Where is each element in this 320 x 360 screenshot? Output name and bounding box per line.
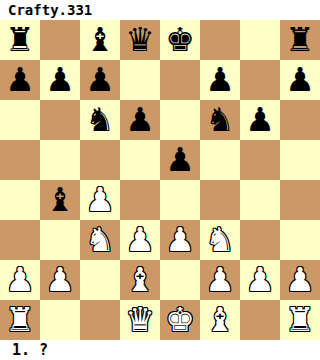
white-bishop: ♝ — [125, 260, 155, 300]
square-c8[interactable]: ♝ — [80, 20, 120, 60]
white-knight: ♞ — [205, 220, 235, 260]
square-g4[interactable] — [240, 180, 280, 220]
black-knight: ♞ — [205, 100, 235, 140]
black-pawn: ♟ — [125, 100, 155, 140]
square-h4[interactable] — [280, 180, 320, 220]
square-f8[interactable] — [200, 20, 240, 60]
white-rook: ♜ — [5, 300, 35, 340]
black-knight: ♞ — [85, 100, 115, 140]
white-queen: ♛ — [125, 300, 155, 340]
square-d4[interactable] — [120, 180, 160, 220]
white-rook: ♜ — [285, 300, 315, 340]
square-b1[interactable] — [40, 300, 80, 340]
square-a3[interactable] — [0, 220, 40, 260]
square-e3[interactable]: ♟ — [160, 220, 200, 260]
square-c1[interactable] — [80, 300, 120, 340]
square-a2[interactable]: ♟ — [0, 260, 40, 300]
black-queen: ♛ — [125, 20, 155, 60]
square-a6[interactable] — [0, 100, 40, 140]
square-c2[interactable] — [80, 260, 120, 300]
black-rook: ♜ — [5, 20, 35, 60]
square-f5[interactable] — [200, 140, 240, 180]
square-h2[interactable]: ♟ — [280, 260, 320, 300]
square-c6[interactable]: ♞ — [80, 100, 120, 140]
black-king: ♚ — [165, 20, 195, 60]
square-b6[interactable] — [40, 100, 80, 140]
square-h1[interactable]: ♜ — [280, 300, 320, 340]
square-f1[interactable]: ♝ — [200, 300, 240, 340]
square-f3[interactable]: ♞ — [200, 220, 240, 260]
black-pawn: ♟ — [5, 60, 35, 100]
white-king: ♚ — [165, 300, 195, 340]
square-b5[interactable] — [40, 140, 80, 180]
white-bishop: ♝ — [205, 300, 235, 340]
black-pawn: ♟ — [285, 60, 315, 100]
square-f7[interactable]: ♟ — [200, 60, 240, 100]
square-e4[interactable] — [160, 180, 200, 220]
move-prompt: 1. ? — [0, 340, 320, 360]
square-f6[interactable]: ♞ — [200, 100, 240, 140]
square-e2[interactable] — [160, 260, 200, 300]
white-knight: ♞ — [85, 220, 115, 260]
white-pawn: ♟ — [45, 260, 75, 300]
square-g1[interactable] — [240, 300, 280, 340]
square-g6[interactable]: ♟ — [240, 100, 280, 140]
white-pawn: ♟ — [85, 180, 115, 220]
square-b7[interactable]: ♟ — [40, 60, 80, 100]
white-pawn: ♟ — [205, 260, 235, 300]
square-d6[interactable]: ♟ — [120, 100, 160, 140]
square-c3[interactable]: ♞ — [80, 220, 120, 260]
square-f4[interactable] — [200, 180, 240, 220]
white-pawn: ♟ — [165, 220, 195, 260]
square-h8[interactable]: ♜ — [280, 20, 320, 60]
square-e8[interactable]: ♚ — [160, 20, 200, 60]
square-b3[interactable] — [40, 220, 80, 260]
square-g2[interactable]: ♟ — [240, 260, 280, 300]
black-bishop: ♝ — [45, 180, 75, 220]
square-d5[interactable] — [120, 140, 160, 180]
black-bishop: ♝ — [85, 20, 115, 60]
square-d3[interactable]: ♟ — [120, 220, 160, 260]
black-rook: ♜ — [285, 20, 315, 60]
square-h7[interactable]: ♟ — [280, 60, 320, 100]
window-title: Crafty.331 — [0, 0, 320, 20]
square-b8[interactable] — [40, 20, 80, 60]
square-e6[interactable] — [160, 100, 200, 140]
square-b4[interactable]: ♝ — [40, 180, 80, 220]
square-c7[interactable]: ♟ — [80, 60, 120, 100]
square-e5[interactable]: ♟ — [160, 140, 200, 180]
square-d1[interactable]: ♛ — [120, 300, 160, 340]
square-a1[interactable]: ♜ — [0, 300, 40, 340]
chess-board: ♜♝♛♚♜♟♟♟♟♟♞♟♞♟♟♝♟♞♟♟♞♟♟♝♟♟♟♜♛♚♝♜ — [0, 20, 320, 340]
square-g3[interactable] — [240, 220, 280, 260]
white-pawn: ♟ — [245, 260, 275, 300]
square-a8[interactable]: ♜ — [0, 20, 40, 60]
square-g7[interactable] — [240, 60, 280, 100]
square-e1[interactable]: ♚ — [160, 300, 200, 340]
square-g5[interactable] — [240, 140, 280, 180]
square-h3[interactable] — [280, 220, 320, 260]
square-a7[interactable]: ♟ — [0, 60, 40, 100]
square-d2[interactable]: ♝ — [120, 260, 160, 300]
black-pawn: ♟ — [165, 140, 195, 180]
square-d7[interactable] — [120, 60, 160, 100]
black-pawn: ♟ — [85, 60, 115, 100]
square-b2[interactable]: ♟ — [40, 260, 80, 300]
square-e7[interactable] — [160, 60, 200, 100]
square-h6[interactable] — [280, 100, 320, 140]
square-a4[interactable] — [0, 180, 40, 220]
black-pawn: ♟ — [45, 60, 75, 100]
black-pawn: ♟ — [245, 100, 275, 140]
white-pawn: ♟ — [285, 260, 315, 300]
square-c4[interactable]: ♟ — [80, 180, 120, 220]
square-d8[interactable]: ♛ — [120, 20, 160, 60]
white-pawn: ♟ — [125, 220, 155, 260]
black-pawn: ♟ — [205, 60, 235, 100]
square-h5[interactable] — [280, 140, 320, 180]
square-g8[interactable] — [240, 20, 280, 60]
square-c5[interactable] — [80, 140, 120, 180]
square-f2[interactable]: ♟ — [200, 260, 240, 300]
white-pawn: ♟ — [5, 260, 35, 300]
square-a5[interactable] — [0, 140, 40, 180]
